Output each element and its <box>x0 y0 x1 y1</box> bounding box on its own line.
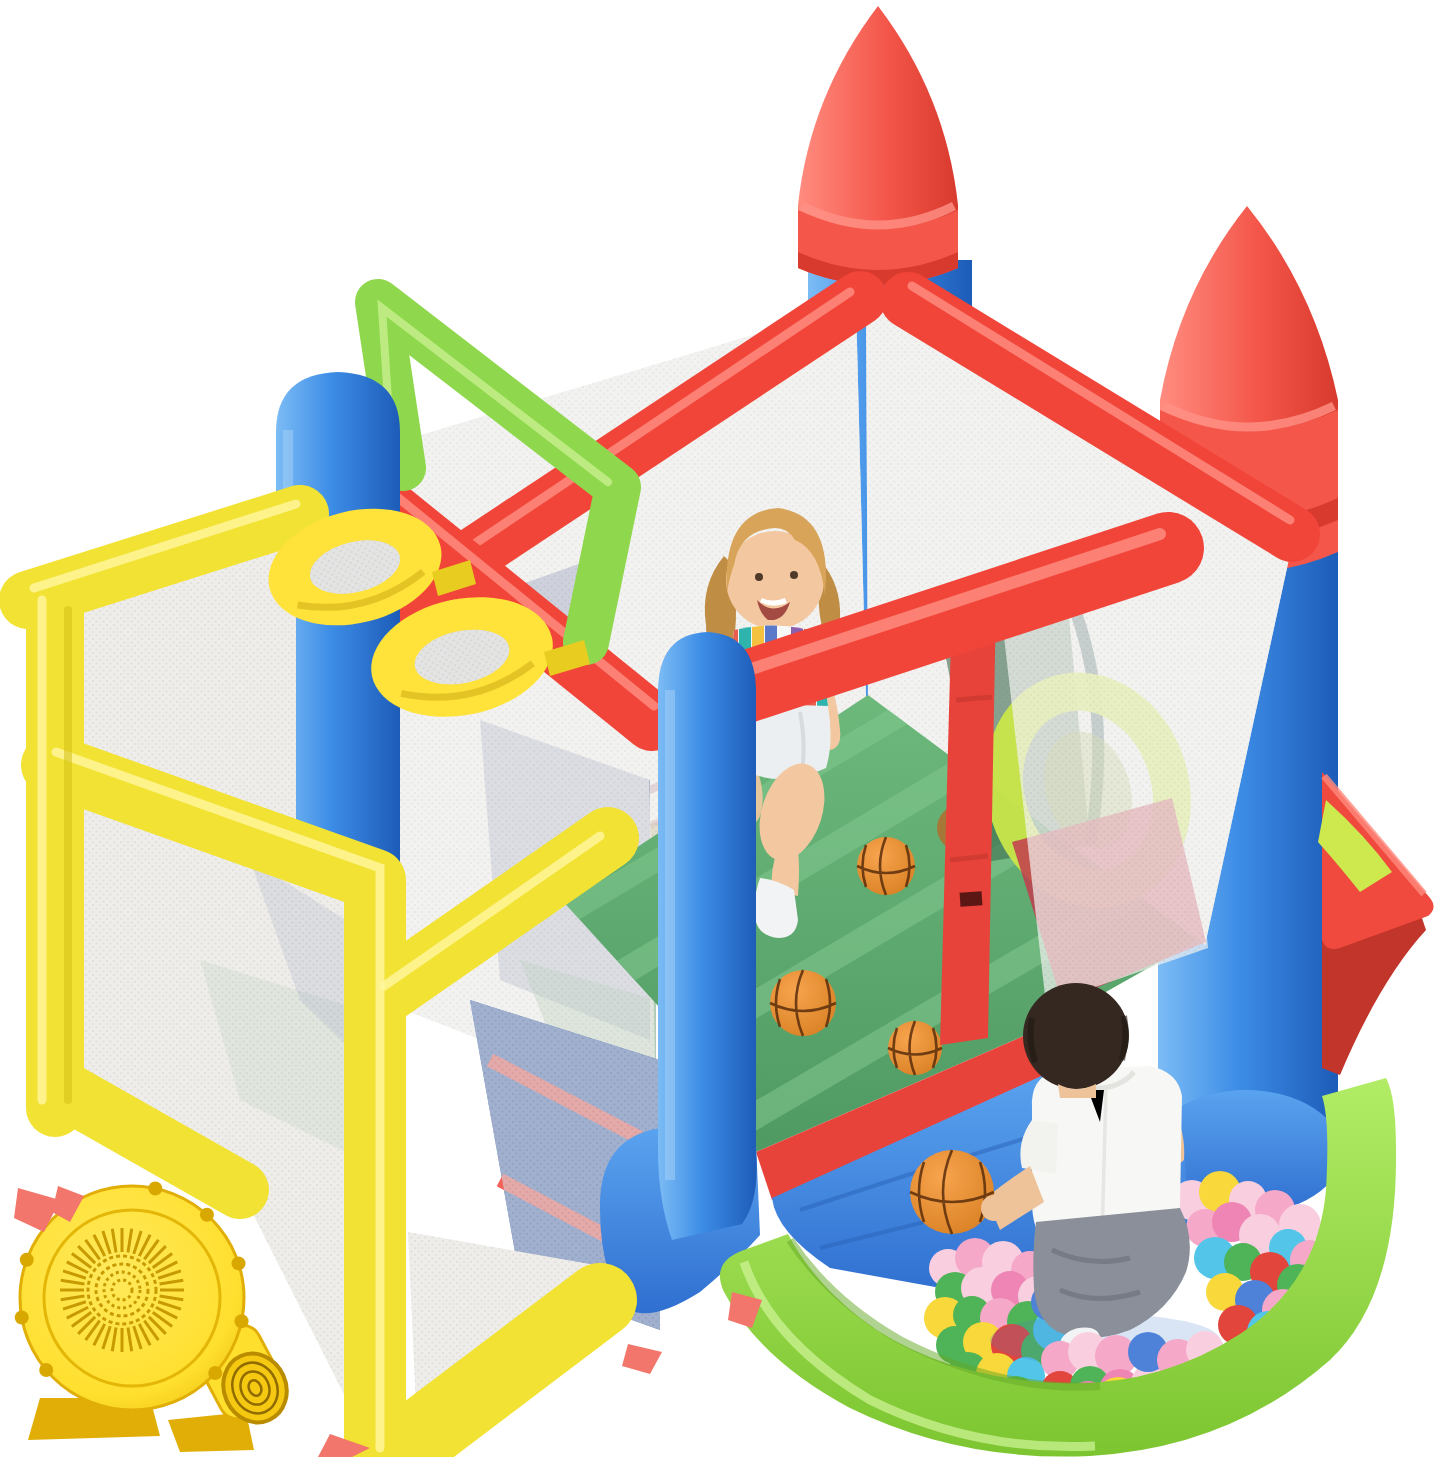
basketball <box>888 1021 942 1075</box>
blower-bolt <box>235 1314 249 1328</box>
basketball <box>857 837 915 895</box>
blower-bolt <box>39 1363 53 1377</box>
blower-bolt <box>148 1181 162 1195</box>
blower-bolt <box>208 1366 222 1380</box>
blower-bolt <box>200 1208 214 1222</box>
blower-bolt <box>232 1256 246 1270</box>
bounce-house-illustration <box>0 0 1445 1457</box>
blower-bolt <box>20 1253 34 1267</box>
boy-hand <box>981 1195 1007 1221</box>
basketball <box>770 970 836 1036</box>
product-photo <box>0 0 1445 1457</box>
boy-head <box>1023 983 1129 1089</box>
strap-slot <box>960 891 983 907</box>
blower-bolt <box>15 1310 29 1324</box>
basketball-held <box>910 1150 994 1234</box>
